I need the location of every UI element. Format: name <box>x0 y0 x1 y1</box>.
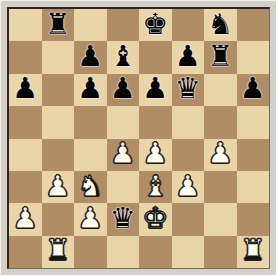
square-c1[interactable] <box>74 236 107 268</box>
square-d5[interactable] <box>107 106 140 138</box>
square-h3[interactable] <box>237 171 270 203</box>
square-d2[interactable]: ♛ <box>107 203 140 235</box>
piece-black-pawn[interactable]: ♟ <box>110 74 136 103</box>
piece-white-pawn[interactable]: ♟ <box>142 139 168 168</box>
square-h5[interactable] <box>237 106 270 138</box>
square-d1[interactable] <box>107 236 140 268</box>
square-e3[interactable]: ♝ <box>139 171 172 203</box>
square-h1[interactable]: ♜ <box>237 236 270 268</box>
square-a1[interactable] <box>9 236 42 268</box>
piece-black-pawn[interactable]: ♟ <box>240 74 266 103</box>
square-f3[interactable]: ♟ <box>172 171 205 203</box>
square-c7[interactable]: ♟ <box>74 41 107 73</box>
square-b7[interactable] <box>42 41 75 73</box>
square-h2[interactable] <box>237 203 270 235</box>
square-a8[interactable] <box>9 9 42 41</box>
piece-white-knight[interactable]: ♞ <box>77 172 103 201</box>
square-a7[interactable] <box>9 41 42 73</box>
square-f6[interactable]: ♛ <box>172 74 205 106</box>
square-c6[interactable]: ♟ <box>74 74 107 106</box>
square-f8[interactable] <box>172 9 205 41</box>
piece-white-pawn[interactable]: ♟ <box>77 204 103 233</box>
square-c8[interactable] <box>74 9 107 41</box>
piece-white-rook[interactable]: ♜ <box>240 236 266 265</box>
square-b2[interactable] <box>42 203 75 235</box>
square-g4[interactable]: ♟ <box>204 139 237 171</box>
square-e1[interactable] <box>139 236 172 268</box>
square-c4[interactable] <box>74 139 107 171</box>
square-e2[interactable]: ♚ <box>139 203 172 235</box>
square-c3[interactable]: ♞ <box>74 171 107 203</box>
piece-white-rook[interactable]: ♜ <box>45 236 71 265</box>
square-f5[interactable] <box>172 106 205 138</box>
square-a5[interactable] <box>9 106 42 138</box>
piece-black-king[interactable]: ♚ <box>142 10 168 39</box>
square-e8[interactable]: ♚ <box>139 9 172 41</box>
square-b1[interactable]: ♜ <box>42 236 75 268</box>
piece-white-pawn[interactable]: ♟ <box>110 139 136 168</box>
square-a3[interactable] <box>9 171 42 203</box>
square-c5[interactable] <box>74 106 107 138</box>
piece-white-pawn[interactable]: ♟ <box>12 204 38 233</box>
piece-white-pawn[interactable]: ♟ <box>45 172 71 201</box>
piece-black-knight[interactable]: ♞ <box>207 10 233 39</box>
square-f4[interactable] <box>172 139 205 171</box>
square-a4[interactable] <box>9 139 42 171</box>
square-g5[interactable] <box>204 106 237 138</box>
square-h7[interactable] <box>237 41 270 73</box>
piece-black-pawn[interactable]: ♟ <box>12 74 38 103</box>
square-g7[interactable]: ♜ <box>204 41 237 73</box>
piece-black-pawn[interactable]: ♟ <box>175 42 201 71</box>
square-b6[interactable] <box>42 74 75 106</box>
piece-black-bishop[interactable]: ♝ <box>110 42 136 71</box>
square-d7[interactable]: ♝ <box>107 41 140 73</box>
piece-black-queen[interactable]: ♛ <box>175 74 201 103</box>
square-b3[interactable]: ♟ <box>42 171 75 203</box>
piece-black-pawn[interactable]: ♟ <box>77 42 103 71</box>
piece-black-rook[interactable]: ♜ <box>45 10 71 39</box>
square-b5[interactable] <box>42 106 75 138</box>
chess-board[interactable]: ♜♚♞♟♝♟♜♟♟♟♟♛♟♟♟♟♟♞♝♟♟♟♛♚♜♜ <box>7 7 270 269</box>
square-c2[interactable]: ♟ <box>74 203 107 235</box>
square-e5[interactable] <box>139 106 172 138</box>
piece-white-king[interactable]: ♚ <box>142 204 168 233</box>
square-f1[interactable] <box>172 236 205 268</box>
board-frame: ♜♚♞♟♝♟♜♟♟♟♟♛♟♟♟♟♟♞♝♟♟♟♛♚♜♜ <box>0 0 277 276</box>
square-d3[interactable] <box>107 171 140 203</box>
square-f7[interactable]: ♟ <box>172 41 205 73</box>
square-b4[interactable] <box>42 139 75 171</box>
square-h8[interactable] <box>237 9 270 41</box>
square-b8[interactable]: ♜ <box>42 9 75 41</box>
piece-white-pawn[interactable]: ♟ <box>207 139 233 168</box>
square-d4[interactable]: ♟ <box>107 139 140 171</box>
square-f2[interactable] <box>172 203 205 235</box>
square-e7[interactable] <box>139 41 172 73</box>
piece-black-pawn[interactable]: ♟ <box>142 74 168 103</box>
square-e4[interactable]: ♟ <box>139 139 172 171</box>
square-g8[interactable]: ♞ <box>204 9 237 41</box>
square-d6[interactable]: ♟ <box>107 74 140 106</box>
piece-black-rook[interactable]: ♜ <box>207 42 233 71</box>
square-e6[interactable]: ♟ <box>139 74 172 106</box>
square-g2[interactable] <box>204 203 237 235</box>
piece-white-bishop[interactable]: ♝ <box>142 172 168 201</box>
square-g3[interactable] <box>204 171 237 203</box>
square-h6[interactable]: ♟ <box>237 74 270 106</box>
square-d8[interactable] <box>107 9 140 41</box>
piece-black-queen[interactable]: ♛ <box>110 204 136 233</box>
square-g1[interactable] <box>204 236 237 268</box>
square-a6[interactable]: ♟ <box>9 74 42 106</box>
piece-black-pawn[interactable]: ♟ <box>77 74 103 103</box>
square-g6[interactable] <box>204 74 237 106</box>
square-a2[interactable]: ♟ <box>9 203 42 235</box>
piece-white-pawn[interactable]: ♟ <box>175 172 201 201</box>
square-h4[interactable] <box>237 139 270 171</box>
